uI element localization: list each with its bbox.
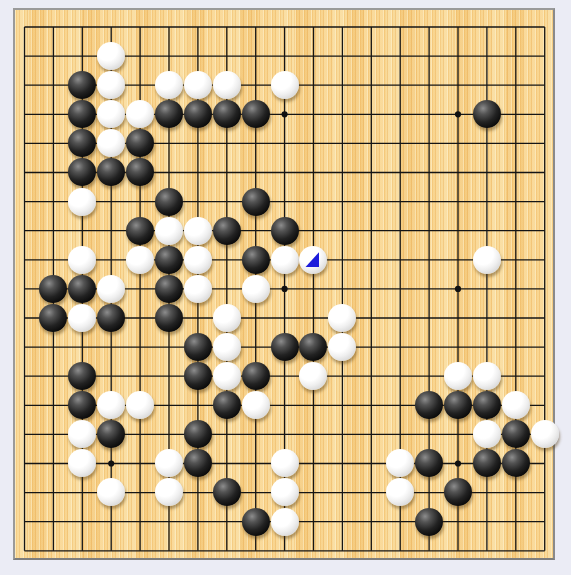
- intersection[interactable]: [212, 391, 241, 420]
- intersection[interactable]: [10, 12, 39, 41]
- intersection[interactable]: [357, 362, 386, 391]
- intersection[interactable]: [212, 478, 241, 507]
- intersection[interactable]: [270, 391, 299, 420]
- intersection[interactable]: [212, 274, 241, 303]
- intersection[interactable]: [530, 536, 559, 565]
- intersection[interactable]: [415, 420, 444, 449]
- intersection[interactable]: [212, 536, 241, 565]
- intersection[interactable]: [530, 362, 559, 391]
- intersection[interactable]: [530, 507, 559, 536]
- intersection[interactable]: [10, 216, 39, 245]
- intersection[interactable]: [155, 42, 184, 71]
- intersection[interactable]: [472, 42, 501, 71]
- intersection[interactable]: [126, 129, 155, 158]
- intersection[interactable]: [472, 71, 501, 100]
- intersection[interactable]: [126, 216, 155, 245]
- intersection[interactable]: [328, 274, 357, 303]
- intersection[interactable]: [212, 71, 241, 100]
- intersection[interactable]: [97, 362, 126, 391]
- intersection[interactable]: [328, 216, 357, 245]
- intersection[interactable]: [39, 274, 68, 303]
- intersection[interactable]: [10, 478, 39, 507]
- intersection[interactable]: [299, 129, 328, 158]
- intersection[interactable]: [39, 216, 68, 245]
- intersection[interactable]: [299, 187, 328, 216]
- intersection[interactable]: [39, 420, 68, 449]
- intersection[interactable]: [386, 71, 415, 100]
- intersection[interactable]: [501, 332, 530, 361]
- intersection[interactable]: [126, 274, 155, 303]
- intersection[interactable]: [415, 187, 444, 216]
- intersection[interactable]: [212, 129, 241, 158]
- intersection[interactable]: [241, 274, 270, 303]
- intersection[interactable]: [155, 129, 184, 158]
- intersection[interactable]: [10, 274, 39, 303]
- intersection[interactable]: [299, 158, 328, 187]
- intersection[interactable]: [39, 391, 68, 420]
- intersection[interactable]: [241, 158, 270, 187]
- intersection[interactable]: [39, 129, 68, 158]
- intersection[interactable]: [357, 449, 386, 478]
- intersection[interactable]: [183, 449, 212, 478]
- intersection[interactable]: [126, 449, 155, 478]
- intersection[interactable]: [212, 303, 241, 332]
- intersection[interactable]: [39, 42, 68, 71]
- intersection[interactable]: [212, 100, 241, 129]
- intersection[interactable]: [183, 12, 212, 41]
- intersection[interactable]: [97, 420, 126, 449]
- intersection[interactable]: [299, 303, 328, 332]
- intersection[interactable]: [39, 12, 68, 41]
- intersection[interactable]: [97, 187, 126, 216]
- intersection[interactable]: [357, 216, 386, 245]
- intersection[interactable]: [68, 507, 97, 536]
- intersection[interactable]: [155, 391, 184, 420]
- intersection[interactable]: [530, 303, 559, 332]
- intersection[interactable]: [443, 362, 472, 391]
- intersection[interactable]: [155, 536, 184, 565]
- intersection[interactable]: [386, 420, 415, 449]
- intersection[interactable]: [530, 100, 559, 129]
- intersection[interactable]: [530, 216, 559, 245]
- intersection[interactable]: [68, 245, 97, 274]
- intersection[interactable]: [357, 303, 386, 332]
- intersection[interactable]: [357, 507, 386, 536]
- intersection[interactable]: [270, 158, 299, 187]
- intersection[interactable]: [328, 332, 357, 361]
- intersection[interactable]: [97, 303, 126, 332]
- intersection[interactable]: [212, 187, 241, 216]
- intersection[interactable]: [472, 129, 501, 158]
- intersection[interactable]: [501, 42, 530, 71]
- intersection[interactable]: [443, 449, 472, 478]
- intersection[interactable]: [386, 332, 415, 361]
- intersection[interactable]: [126, 391, 155, 420]
- intersection[interactable]: [126, 420, 155, 449]
- intersection[interactable]: [270, 362, 299, 391]
- intersection[interactable]: [530, 274, 559, 303]
- intersection[interactable]: [39, 536, 68, 565]
- intersection[interactable]: [212, 158, 241, 187]
- intersection[interactable]: [97, 274, 126, 303]
- intersection[interactable]: [415, 274, 444, 303]
- intersection[interactable]: [299, 71, 328, 100]
- intersection[interactable]: [270, 332, 299, 361]
- intersection[interactable]: [328, 362, 357, 391]
- intersection[interactable]: [299, 420, 328, 449]
- intersection[interactable]: [241, 362, 270, 391]
- intersection[interactable]: [328, 100, 357, 129]
- intersection[interactable]: [68, 332, 97, 361]
- intersection[interactable]: [386, 187, 415, 216]
- intersection[interactable]: [501, 158, 530, 187]
- intersection[interactable]: [530, 129, 559, 158]
- intersection[interactable]: [155, 274, 184, 303]
- intersection[interactable]: [10, 449, 39, 478]
- intersection[interactable]: [183, 245, 212, 274]
- intersection[interactable]: [155, 12, 184, 41]
- intersection[interactable]: [68, 536, 97, 565]
- intersection[interactable]: [126, 536, 155, 565]
- intersection[interactable]: [155, 362, 184, 391]
- intersection[interactable]: [39, 449, 68, 478]
- intersection[interactable]: [39, 100, 68, 129]
- intersection[interactable]: [386, 216, 415, 245]
- intersection[interactable]: [443, 216, 472, 245]
- intersection[interactable]: [386, 362, 415, 391]
- intersection[interactable]: [270, 245, 299, 274]
- intersection[interactable]: [299, 42, 328, 71]
- intersection[interactable]: [328, 12, 357, 41]
- intersection[interactable]: [10, 42, 39, 71]
- intersection[interactable]: [415, 391, 444, 420]
- intersection[interactable]: [501, 449, 530, 478]
- intersection[interactable]: [97, 158, 126, 187]
- intersection[interactable]: [501, 536, 530, 565]
- intersection[interactable]: [501, 129, 530, 158]
- intersection[interactable]: [68, 303, 97, 332]
- intersection[interactable]: [241, 129, 270, 158]
- intersection[interactable]: [472, 507, 501, 536]
- intersection[interactable]: [270, 478, 299, 507]
- intersection[interactable]: [415, 129, 444, 158]
- intersection[interactable]: [10, 332, 39, 361]
- intersection[interactable]: [415, 332, 444, 361]
- intersection[interactable]: [10, 187, 39, 216]
- intersection[interactable]: [270, 274, 299, 303]
- intersection[interactable]: [10, 420, 39, 449]
- intersection[interactable]: [39, 245, 68, 274]
- intersection[interactable]: [155, 332, 184, 361]
- intersection[interactable]: [386, 507, 415, 536]
- intersection[interactable]: [530, 449, 559, 478]
- intersection[interactable]: [530, 42, 559, 71]
- intersection[interactable]: [241, 420, 270, 449]
- intersection[interactable]: [530, 158, 559, 187]
- intersection[interactable]: [530, 12, 559, 41]
- intersection[interactable]: [183, 274, 212, 303]
- intersection[interactable]: [328, 536, 357, 565]
- intersection[interactable]: [472, 245, 501, 274]
- intersection[interactable]: [270, 100, 299, 129]
- intersection[interactable]: [501, 362, 530, 391]
- intersection[interactable]: [68, 158, 97, 187]
- intersection[interactable]: [443, 71, 472, 100]
- intersection[interactable]: [126, 12, 155, 41]
- intersection[interactable]: [270, 187, 299, 216]
- intersection[interactable]: [530, 332, 559, 361]
- intersection[interactable]: [212, 245, 241, 274]
- intersection[interactable]: [183, 332, 212, 361]
- intersection[interactable]: [270, 420, 299, 449]
- intersection[interactable]: [10, 391, 39, 420]
- intersection[interactable]: [183, 362, 212, 391]
- intersection[interactable]: [501, 12, 530, 41]
- intersection[interactable]: [68, 420, 97, 449]
- intersection[interactable]: [183, 216, 212, 245]
- intersection[interactable]: [155, 507, 184, 536]
- intersection[interactable]: [183, 129, 212, 158]
- intersection[interactable]: [328, 42, 357, 71]
- intersection[interactable]: [241, 332, 270, 361]
- intersection[interactable]: [472, 391, 501, 420]
- intersection[interactable]: [68, 71, 97, 100]
- intersection[interactable]: [241, 42, 270, 71]
- intersection[interactable]: [386, 536, 415, 565]
- intersection[interactable]: [299, 216, 328, 245]
- intersection[interactable]: [415, 362, 444, 391]
- intersection[interactable]: [530, 391, 559, 420]
- intersection[interactable]: [241, 187, 270, 216]
- intersection[interactable]: [241, 216, 270, 245]
- intersection[interactable]: [357, 274, 386, 303]
- intersection[interactable]: [357, 536, 386, 565]
- intersection[interactable]: [270, 449, 299, 478]
- intersection[interactable]: [299, 507, 328, 536]
- intersection[interactable]: [183, 158, 212, 187]
- intersection[interactable]: [97, 216, 126, 245]
- intersection[interactable]: [10, 536, 39, 565]
- intersection[interactable]: [328, 245, 357, 274]
- intersection[interactable]: [472, 536, 501, 565]
- intersection[interactable]: [126, 71, 155, 100]
- intersection[interactable]: [68, 12, 97, 41]
- intersection[interactable]: [126, 187, 155, 216]
- intersection[interactable]: [126, 42, 155, 71]
- intersection[interactable]: [328, 449, 357, 478]
- intersection[interactable]: [68, 478, 97, 507]
- intersection[interactable]: [443, 245, 472, 274]
- intersection[interactable]: [501, 187, 530, 216]
- intersection[interactable]: [97, 42, 126, 71]
- intersection[interactable]: [241, 391, 270, 420]
- intersection[interactable]: [386, 158, 415, 187]
- intersection[interactable]: [299, 362, 328, 391]
- intersection[interactable]: [68, 129, 97, 158]
- intersection[interactable]: [183, 71, 212, 100]
- intersection[interactable]: [241, 71, 270, 100]
- intersection[interactable]: [357, 478, 386, 507]
- intersection[interactable]: [328, 391, 357, 420]
- intersection[interactable]: [241, 245, 270, 274]
- intersection[interactable]: [68, 100, 97, 129]
- intersection[interactable]: [183, 507, 212, 536]
- intersection[interactable]: [415, 478, 444, 507]
- intersection[interactable]: [443, 536, 472, 565]
- intersection[interactable]: [212, 449, 241, 478]
- intersection[interactable]: [212, 362, 241, 391]
- intersection[interactable]: [68, 391, 97, 420]
- intersection[interactable]: [241, 100, 270, 129]
- intersection[interactable]: [299, 12, 328, 41]
- intersection[interactable]: [530, 187, 559, 216]
- intersection[interactable]: [97, 245, 126, 274]
- intersection[interactable]: [155, 478, 184, 507]
- intersection[interactable]: [97, 129, 126, 158]
- intersection[interactable]: [299, 274, 328, 303]
- intersection[interactable]: [270, 216, 299, 245]
- intersection[interactable]: [386, 478, 415, 507]
- intersection[interactable]: [10, 71, 39, 100]
- intersection[interactable]: [328, 478, 357, 507]
- intersection[interactable]: [501, 274, 530, 303]
- intersection[interactable]: [415, 536, 444, 565]
- intersection[interactable]: [443, 420, 472, 449]
- intersection[interactable]: [386, 303, 415, 332]
- intersection[interactable]: [241, 507, 270, 536]
- intersection[interactable]: [415, 507, 444, 536]
- intersection[interactable]: [443, 507, 472, 536]
- intersection[interactable]: [299, 536, 328, 565]
- intersection[interactable]: [155, 187, 184, 216]
- intersection[interactable]: [68, 449, 97, 478]
- intersection[interactable]: [415, 12, 444, 41]
- intersection[interactable]: [155, 449, 184, 478]
- intersection[interactable]: [97, 536, 126, 565]
- intersection[interactable]: [270, 42, 299, 71]
- intersection[interactable]: [415, 158, 444, 187]
- intersection[interactable]: [501, 216, 530, 245]
- intersection[interactable]: [443, 129, 472, 158]
- intersection[interactable]: [212, 420, 241, 449]
- intersection[interactable]: [126, 362, 155, 391]
- intersection[interactable]: [472, 12, 501, 41]
- intersection[interactable]: [97, 391, 126, 420]
- intersection[interactable]: [155, 245, 184, 274]
- intersection[interactable]: [472, 478, 501, 507]
- intersection[interactable]: [357, 158, 386, 187]
- intersection[interactable]: [183, 536, 212, 565]
- intersection[interactable]: [386, 391, 415, 420]
- intersection[interactable]: [126, 332, 155, 361]
- intersection[interactable]: [241, 12, 270, 41]
- intersection[interactable]: [328, 158, 357, 187]
- intersection[interactable]: [68, 274, 97, 303]
- intersection[interactable]: [443, 12, 472, 41]
- intersection[interactable]: [386, 12, 415, 41]
- intersection[interactable]: [357, 391, 386, 420]
- intersection[interactable]: [328, 420, 357, 449]
- intersection[interactable]: [357, 245, 386, 274]
- intersection[interactable]: [270, 71, 299, 100]
- intersection[interactable]: [443, 158, 472, 187]
- intersection[interactable]: [501, 71, 530, 100]
- intersection[interactable]: [299, 478, 328, 507]
- intersection[interactable]: [386, 274, 415, 303]
- intersection[interactable]: [212, 42, 241, 71]
- intersection[interactable]: [10, 100, 39, 129]
- intersection[interactable]: [443, 478, 472, 507]
- intersection[interactable]: [270, 536, 299, 565]
- intersection[interactable]: [183, 100, 212, 129]
- intersection[interactable]: [472, 158, 501, 187]
- intersection[interactable]: [97, 449, 126, 478]
- intersection[interactable]: [357, 187, 386, 216]
- intersection[interactable]: [97, 12, 126, 41]
- intersection[interactable]: [68, 187, 97, 216]
- intersection[interactable]: [155, 303, 184, 332]
- intersection[interactable]: [357, 71, 386, 100]
- intersection[interactable]: [530, 420, 559, 449]
- intersection[interactable]: [155, 420, 184, 449]
- intersection[interactable]: [501, 245, 530, 274]
- intersection[interactable]: [270, 303, 299, 332]
- intersection[interactable]: [39, 187, 68, 216]
- intersection[interactable]: [501, 507, 530, 536]
- intersection[interactable]: [10, 245, 39, 274]
- intersection[interactable]: [10, 129, 39, 158]
- intersection[interactable]: [183, 478, 212, 507]
- intersection[interactable]: [39, 303, 68, 332]
- intersection[interactable]: [328, 507, 357, 536]
- intersection[interactable]: [39, 71, 68, 100]
- intersection[interactable]: [357, 100, 386, 129]
- intersection[interactable]: [415, 100, 444, 129]
- intersection[interactable]: [415, 42, 444, 71]
- intersection[interactable]: [443, 332, 472, 361]
- intersection[interactable]: [183, 391, 212, 420]
- intersection[interactable]: [212, 332, 241, 361]
- intersection[interactable]: [415, 71, 444, 100]
- intersection[interactable]: [443, 187, 472, 216]
- intersection[interactable]: [183, 420, 212, 449]
- intersection[interactable]: [357, 129, 386, 158]
- intersection[interactable]: [357, 42, 386, 71]
- intersection[interactable]: [443, 391, 472, 420]
- intersection[interactable]: [415, 216, 444, 245]
- intersection[interactable]: [472, 303, 501, 332]
- intersection[interactable]: [386, 100, 415, 129]
- intersection[interactable]: [97, 71, 126, 100]
- intersection[interactable]: [357, 420, 386, 449]
- intersection[interactable]: [501, 303, 530, 332]
- intersection[interactable]: [68, 362, 97, 391]
- intersection[interactable]: [530, 71, 559, 100]
- intersection[interactable]: [415, 303, 444, 332]
- intersection[interactable]: [357, 332, 386, 361]
- intersection[interactable]: [386, 245, 415, 274]
- intersection[interactable]: [472, 100, 501, 129]
- intersection[interactable]: [501, 100, 530, 129]
- intersection[interactable]: [183, 42, 212, 71]
- intersection[interactable]: [241, 478, 270, 507]
- intersection[interactable]: [126, 478, 155, 507]
- intersection[interactable]: [39, 332, 68, 361]
- intersection[interactable]: [39, 507, 68, 536]
- intersection[interactable]: [299, 245, 328, 274]
- intersection[interactable]: [530, 245, 559, 274]
- intersection[interactable]: [212, 216, 241, 245]
